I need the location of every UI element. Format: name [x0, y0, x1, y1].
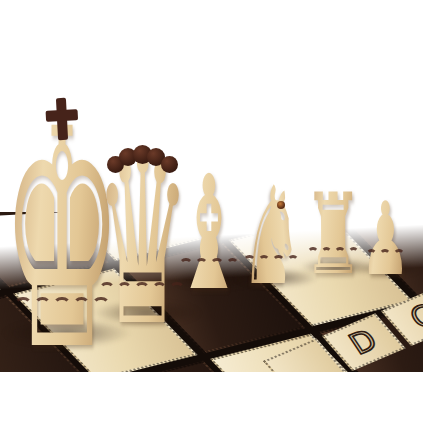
- pieces-layer: ♚♛♝♞♜♟: [0, 0, 423, 423]
- piece-white-pawn[interactable]: ♟: [357, 189, 413, 290]
- piece-white-rook[interactable]: ♜: [299, 178, 366, 290]
- queen-crown-ball: [161, 156, 178, 173]
- base-arc-decoration: [366, 249, 405, 262]
- piece-white-knight[interactable]: ♞: [236, 169, 306, 304]
- king-cross-finial: [43, 97, 81, 141]
- base-arc-decoration: [307, 247, 359, 260]
- base-arc-decoration: [243, 255, 299, 268]
- base-arc-decoration: [100, 282, 185, 297]
- base-arc-decoration: [15, 297, 110, 313]
- base-arc-decoration: [179, 258, 239, 272]
- photo-bottom-margin: [0, 372, 423, 423]
- chess-set-photo: DC ♚♛♝♞♜♟: [0, 0, 423, 423]
- knight-eye: [277, 201, 285, 209]
